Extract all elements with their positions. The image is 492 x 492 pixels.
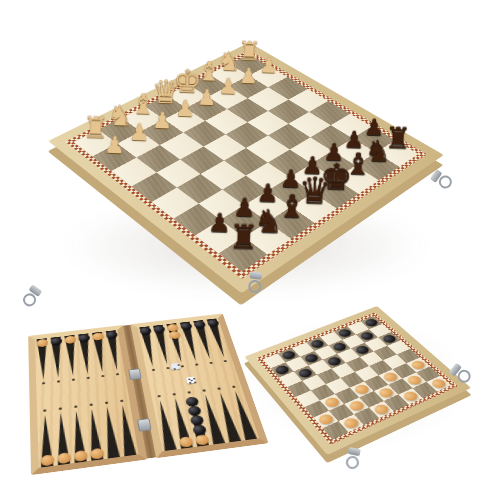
point-dot — [195, 363, 198, 365]
backgammon-points-top — [35, 330, 124, 380]
backgammon-point[interactable] — [99, 406, 122, 459]
point-triangle — [100, 406, 121, 459]
backgammon-points-top — [137, 318, 231, 367]
backgammon-checker-black[interactable] — [189, 415, 204, 426]
point-dot — [202, 389, 206, 392]
point-triangle — [199, 394, 226, 445]
point-triangle — [184, 396, 210, 447]
point-dot — [217, 387, 221, 390]
point-dot — [43, 409, 46, 412]
backgammon-checker-black[interactable] — [184, 396, 198, 407]
die[interactable] — [170, 363, 180, 370]
clasp-plate — [348, 447, 361, 456]
point-dot — [187, 391, 191, 394]
chess-grid: ♜♞♝♛♚♝♞♜♟♟♟♟♟♟♟♟♟♟♟♟♟♟♟♟♜♞♝♛♚♝♞♜ — [74, 54, 419, 271]
point-dot — [101, 375, 104, 377]
point-dot — [72, 378, 75, 380]
die[interactable] — [186, 377, 197, 384]
point-triangle — [54, 412, 71, 465]
point-dot — [116, 373, 119, 375]
backgammon-checker-wood[interactable] — [57, 452, 71, 464]
point-triangle — [116, 404, 138, 456]
point-triangle — [169, 397, 194, 448]
point-dot — [105, 401, 108, 404]
backgammon-checker-wood[interactable] — [90, 448, 104, 460]
point-dot — [181, 365, 184, 367]
backgammon-points-bottom — [37, 404, 138, 468]
backgammon-point[interactable] — [53, 412, 73, 466]
backgammon-point[interactable] — [152, 399, 178, 451]
point-dot — [42, 382, 45, 384]
backgammon-point[interactable] — [84, 408, 106, 461]
point-dot — [157, 395, 160, 398]
backgammon-checker-wood[interactable] — [194, 434, 209, 446]
die-pip — [192, 378, 194, 380]
checker-wood[interactable] — [405, 374, 424, 386]
point-dot — [120, 400, 123, 403]
die-pip — [177, 364, 179, 366]
panel-left — [28, 325, 147, 475]
backgammon-checker-wood[interactable] — [168, 331, 181, 340]
point-triangle — [38, 414, 54, 468]
metal-hinge-icon — [128, 368, 142, 380]
chess-piece-black-rook[interactable]: ♜ — [225, 217, 261, 255]
checker-black[interactable] — [303, 353, 321, 364]
backgammon-checker-wood[interactable] — [73, 450, 87, 462]
checker-wood[interactable] — [377, 386, 396, 399]
checkers-board — [244, 306, 471, 455]
product-photo: ♜♞♝♛♚♝♞♜♟♟♟♟♟♟♟♟♟♟♟♟♟♟♟♟♜♞♝♛♚♝♞♜ — [0, 0, 492, 492]
backgammon-checker-wood[interactable] — [40, 454, 54, 466]
point-dot — [87, 377, 90, 379]
backgammon-point[interactable] — [68, 410, 89, 463]
chess-board: ♜♞♝♛♚♝♞♜♟♟♟♟♟♟♟♟♟♟♟♟♟♟♟♟♜♞♝♛♚♝♞♜ — [48, 42, 444, 293]
chess-scene: ♜♞♝♛♚♝♞♜♟♟♟♟♟♟♟♟♟♟♟♟♟♟♟♟♜♞♝♛♚♝♞♜ — [0, 0, 492, 306]
checker-wood[interactable] — [347, 399, 366, 412]
backgammon-point[interactable] — [115, 404, 139, 457]
backgammon-checker-wood[interactable] — [178, 436, 193, 448]
point-dot — [152, 369, 155, 371]
die-pip — [193, 381, 195, 383]
checker-black[interactable] — [296, 367, 314, 379]
backgammon-point[interactable] — [37, 414, 55, 468]
point-dot — [172, 393, 176, 396]
die-pip — [173, 368, 175, 370]
point-dot — [90, 403, 93, 406]
backgammon-point[interactable] — [168, 397, 195, 449]
point-dot — [59, 407, 62, 410]
die-pip — [189, 382, 191, 384]
point-dot — [209, 362, 212, 364]
metal-clasp-icon — [246, 271, 264, 292]
backgammon-point[interactable] — [183, 395, 211, 446]
point-triangle — [69, 410, 88, 463]
point-dot — [74, 405, 77, 408]
point-dot — [57, 380, 60, 382]
point-dot — [166, 367, 169, 369]
backgammon-checker-black[interactable] — [191, 424, 206, 435]
die-pip — [191, 380, 193, 382]
point-triangle — [153, 399, 177, 451]
chess-piece-white-pawn[interactable]: ♟ — [98, 124, 130, 158]
point-triangle — [85, 408, 105, 461]
backgammon-point[interactable] — [198, 394, 227, 445]
clasp-plate — [249, 271, 262, 280]
backgammon-checker-black[interactable] — [187, 405, 202, 416]
